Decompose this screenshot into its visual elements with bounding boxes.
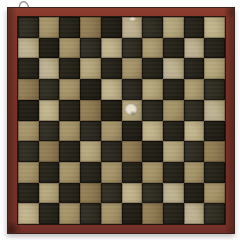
board-square xyxy=(204,183,225,204)
board-square xyxy=(59,58,80,79)
board-square xyxy=(80,162,101,183)
board-square xyxy=(122,203,143,224)
board-square xyxy=(80,79,101,100)
board-square xyxy=(184,17,205,38)
board-square xyxy=(101,162,122,183)
board-square xyxy=(101,100,122,121)
board-square xyxy=(80,203,101,224)
board-square xyxy=(204,203,225,224)
board-square xyxy=(39,17,60,38)
board-square xyxy=(101,58,122,79)
board-square xyxy=(39,183,60,204)
board-square xyxy=(163,121,184,142)
board-square xyxy=(142,38,163,59)
board-square xyxy=(39,58,60,79)
board-square xyxy=(18,141,39,162)
board-square xyxy=(163,183,184,204)
board-square xyxy=(184,100,205,121)
board-square xyxy=(80,183,101,204)
board-square xyxy=(39,100,60,121)
board-square xyxy=(163,162,184,183)
board-square xyxy=(18,162,39,183)
board-square xyxy=(142,79,163,100)
board-square xyxy=(18,183,39,204)
board-square xyxy=(18,17,39,38)
board-square xyxy=(184,58,205,79)
board-square xyxy=(142,141,163,162)
board-square xyxy=(163,141,184,162)
board-square xyxy=(80,121,101,142)
board-square xyxy=(204,79,225,100)
board-square xyxy=(122,79,143,100)
board-square xyxy=(59,17,80,38)
board-square xyxy=(80,100,101,121)
board-square xyxy=(59,203,80,224)
game-board xyxy=(7,7,235,234)
paint-chip xyxy=(123,102,140,119)
board-square xyxy=(101,121,122,142)
board-square xyxy=(184,203,205,224)
board-square xyxy=(80,58,101,79)
board-square xyxy=(101,79,122,100)
board-square xyxy=(122,58,143,79)
board-square xyxy=(18,38,39,59)
board-square xyxy=(142,100,163,121)
board-square xyxy=(163,79,184,100)
board-square xyxy=(101,203,122,224)
board-square xyxy=(59,79,80,100)
board-square xyxy=(59,38,80,59)
board-square xyxy=(18,203,39,224)
board-square xyxy=(101,141,122,162)
board-square xyxy=(184,79,205,100)
board-square xyxy=(122,17,143,38)
board-square xyxy=(39,162,60,183)
board-square xyxy=(122,183,143,204)
board-square xyxy=(80,38,101,59)
board-square xyxy=(39,141,60,162)
board-square xyxy=(122,121,143,142)
paint-chip xyxy=(128,17,137,22)
board-square xyxy=(80,17,101,38)
board-square xyxy=(59,183,80,204)
board-square xyxy=(184,162,205,183)
board-square xyxy=(59,141,80,162)
board-square xyxy=(39,121,60,142)
board-square xyxy=(163,38,184,59)
board-square xyxy=(80,141,101,162)
board-square xyxy=(204,121,225,142)
board-square xyxy=(142,183,163,204)
board-square xyxy=(163,17,184,38)
board-square xyxy=(142,203,163,224)
board-square xyxy=(101,38,122,59)
board-square xyxy=(204,100,225,121)
board-square xyxy=(142,121,163,142)
board-square xyxy=(122,162,143,183)
board-grid xyxy=(18,17,225,224)
board-square xyxy=(59,121,80,142)
board-square xyxy=(59,162,80,183)
board-square xyxy=(18,58,39,79)
board-square xyxy=(101,17,122,38)
board-square xyxy=(122,38,143,59)
board-square xyxy=(142,162,163,183)
board-square xyxy=(39,79,60,100)
board-square xyxy=(184,38,205,59)
board-square xyxy=(18,121,39,142)
board-square xyxy=(122,141,143,162)
board-square xyxy=(122,100,143,121)
board-square xyxy=(142,17,163,38)
board-square xyxy=(163,58,184,79)
board-square xyxy=(204,17,225,38)
board-square xyxy=(184,183,205,204)
board-square xyxy=(184,141,205,162)
board-square xyxy=(142,58,163,79)
board-square xyxy=(184,121,205,142)
board-square xyxy=(204,58,225,79)
board-square xyxy=(101,183,122,204)
board-square xyxy=(18,79,39,100)
board-square xyxy=(18,100,39,121)
board-square xyxy=(163,203,184,224)
board-square xyxy=(59,100,80,121)
board-square xyxy=(204,141,225,162)
board-square xyxy=(163,100,184,121)
board-square xyxy=(204,162,225,183)
board-square xyxy=(39,38,60,59)
board-square xyxy=(39,203,60,224)
board-square xyxy=(204,38,225,59)
